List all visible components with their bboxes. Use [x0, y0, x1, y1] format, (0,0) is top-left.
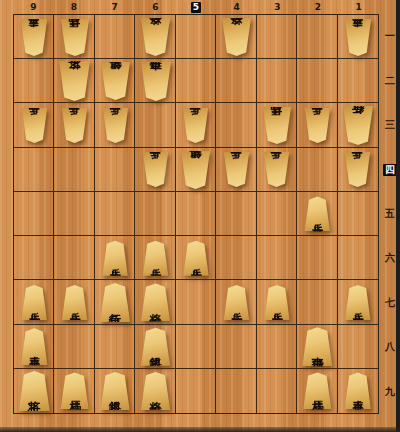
board-square[interactable]	[297, 15, 337, 59]
piece-kanji: 歩兵	[223, 152, 250, 187]
board-square[interactable]	[54, 148, 94, 192]
sente-pawn[interactable]: 歩兵	[344, 285, 371, 320]
piece-kanji: 玉将	[58, 61, 91, 101]
piece-kanji: 香車	[344, 372, 372, 409]
piece-kanji: 歩兵	[142, 152, 169, 187]
file-label: 9	[30, 3, 36, 12]
board-square[interactable]	[257, 236, 297, 280]
piece-kanji: 歩兵	[142, 241, 169, 276]
gote-rook[interactable]: 飛車	[140, 62, 172, 101]
gote-pawn[interactable]: 歩兵	[223, 152, 250, 187]
sente-knight[interactable]: 桂馬	[60, 372, 90, 409]
board-square[interactable]	[257, 325, 297, 369]
file-label: 2	[315, 3, 321, 12]
piece-kanji: 王将	[18, 371, 51, 411]
board-square[interactable]	[216, 325, 256, 369]
piece-kanji: 歩兵	[61, 108, 88, 143]
board-square[interactable]	[338, 236, 378, 280]
sente-king[interactable]: 王将	[18, 371, 51, 411]
board-square[interactable]	[216, 236, 256, 280]
gote-pawn[interactable]: 歩兵	[182, 108, 209, 143]
piece-kanji: 香車	[344, 19, 372, 56]
board-square[interactable]	[14, 236, 54, 280]
board-square[interactable]	[257, 369, 297, 413]
rank-label: 九	[385, 387, 395, 397]
board-square[interactable]	[176, 15, 216, 59]
file-label: 6	[152, 3, 158, 12]
piece-kanji: 金将	[221, 18, 252, 56]
gote-gold[interactable]: 金将	[221, 18, 252, 56]
board-square[interactable]	[338, 192, 378, 236]
piece-kanji: 歩兵	[61, 285, 88, 320]
board-square[interactable]	[14, 192, 54, 236]
board-square[interactable]	[338, 59, 378, 103]
gote-pawn[interactable]: 歩兵	[102, 108, 129, 143]
file-label: 7	[112, 3, 118, 12]
piece-kanji: 歩兵	[304, 196, 331, 231]
piece-kanji: 歩兵	[263, 152, 290, 187]
board-square[interactable]	[176, 369, 216, 413]
file-label: 3	[274, 3, 280, 12]
piece-kanji: 銀将	[140, 328, 171, 366]
gote-lance[interactable]: 香車	[344, 19, 372, 56]
piece-kanji: 歩兵	[344, 285, 371, 320]
piece-kanji: 歩兵	[304, 108, 331, 143]
gote-pawn[interactable]: 歩兵	[344, 152, 371, 187]
rank-label: 五	[385, 209, 395, 219]
piece-kanji: 飛車	[301, 327, 333, 366]
board-square[interactable]	[14, 148, 54, 192]
window-edge-bottom	[0, 427, 400, 432]
sente-gold[interactable]: 金将	[140, 372, 171, 410]
gote-knight[interactable]: 桂馬	[60, 19, 90, 56]
file-labels: 987654321	[13, 0, 379, 14]
sente-pawn[interactable]: 歩兵	[304, 196, 331, 231]
board-square[interactable]	[297, 59, 337, 103]
piece-kanji: 金将	[140, 18, 171, 56]
window-edge-right	[396, 0, 400, 432]
board-square[interactable]	[216, 369, 256, 413]
gote-pawn[interactable]: 歩兵	[61, 108, 88, 143]
piece-kanji: 歩兵	[182, 108, 209, 143]
rank-label: 三	[385, 120, 395, 130]
rank-label: 六	[385, 253, 395, 263]
piece-kanji: 桂馬	[262, 107, 292, 144]
sente-pawn[interactable]: 歩兵	[223, 285, 250, 320]
sente-pawn[interactable]: 歩兵	[61, 285, 88, 320]
sente-pawn[interactable]: 歩兵	[142, 241, 169, 276]
board-square[interactable]	[54, 192, 94, 236]
piece-kanji: 歩兵	[102, 108, 129, 143]
rank-label-highlighted: 四	[383, 164, 397, 176]
board-square[interactable]	[54, 236, 94, 280]
sente-gold[interactable]: 金将	[140, 283, 171, 321]
board-square[interactable]	[14, 59, 54, 103]
rank-label: 二	[385, 76, 395, 86]
piece-kanji: 桂馬	[302, 372, 332, 409]
gote-silver[interactable]: 銀将	[100, 62, 131, 100]
board-square[interactable]	[135, 103, 175, 147]
sente-lance[interactable]: 香車	[20, 328, 48, 365]
piece-kanji: 歩兵	[102, 241, 129, 276]
board-square[interactable]	[216, 103, 256, 147]
piece-kanji: 角行	[99, 283, 131, 322]
rank-label: 一	[385, 31, 395, 41]
board-square[interactable]	[176, 192, 216, 236]
gote-pawn[interactable]: 歩兵	[263, 152, 290, 187]
gote-pawn[interactable]: 歩兵	[304, 108, 331, 143]
piece-kanji: 飛車	[140, 62, 172, 101]
rank-label: 八	[385, 342, 395, 352]
sente-pawn[interactable]: 歩兵	[263, 285, 290, 320]
file-label: 8	[71, 3, 77, 12]
sente-knight[interactable]: 桂馬	[302, 372, 332, 409]
rank-label: 七	[385, 298, 395, 308]
board-square[interactable]	[297, 236, 337, 280]
board-square[interactable]	[176, 325, 216, 369]
piece-kanji: 桂馬	[60, 372, 90, 409]
piece-kanji: 銀将	[100, 372, 131, 410]
board-square[interactable]	[95, 192, 135, 236]
board-square[interactable]	[54, 325, 94, 369]
gote-knight[interactable]: 桂馬	[262, 107, 292, 144]
gote-king[interactable]: 玉将	[58, 61, 91, 101]
gote-gold[interactable]: 金将	[140, 18, 171, 56]
piece-kanji: 歩兵	[263, 285, 290, 320]
sente-silver[interactable]: 銀将	[100, 372, 131, 410]
piece-kanji: 歩兵	[21, 108, 48, 143]
piece-kanji: 香車	[20, 19, 48, 56]
board-square[interactable]	[216, 59, 256, 103]
board-square[interactable]	[95, 148, 135, 192]
sente-lance[interactable]: 香車	[344, 372, 372, 409]
piece-kanji: 歩兵	[21, 285, 48, 320]
piece-kanji: 銀将	[180, 151, 211, 189]
piece-kanji: 歩兵	[344, 152, 371, 187]
piece-kanji: 歩兵	[223, 285, 250, 320]
sente-silver[interactable]: 銀将	[140, 328, 171, 366]
board-square[interactable]	[338, 325, 378, 369]
sente-bishop[interactable]: 角行	[99, 283, 131, 322]
file-label: 1	[356, 3, 362, 12]
piece-kanji: 角行	[342, 106, 374, 145]
gote-silver[interactable]: 銀将	[180, 151, 211, 189]
piece-kanji: 銀将	[100, 62, 131, 100]
gote-pawn[interactable]: 歩兵	[21, 108, 48, 143]
file-label-highlighted: 5	[191, 2, 201, 13]
board-square[interactable]	[257, 15, 297, 59]
file-label: 4	[234, 3, 240, 12]
board-square[interactable]	[216, 192, 256, 236]
board-square[interactable]	[135, 192, 175, 236]
gote-lance[interactable]: 香車	[20, 19, 48, 56]
board-square[interactable]	[95, 15, 135, 59]
board-square[interactable]	[95, 325, 135, 369]
board-square[interactable]	[176, 280, 216, 324]
piece-kanji: 桂馬	[60, 19, 90, 56]
shogi-app: 987654321 一二三四五六七八九 香車桂馬金将金将香車玉将銀将飛車歩兵歩兵…	[0, 0, 400, 432]
sente-rook[interactable]: 飛車	[301, 327, 333, 366]
board-square[interactable]	[257, 59, 297, 103]
gote-pawn[interactable]: 歩兵	[142, 152, 169, 187]
board-square[interactable]	[176, 59, 216, 103]
piece-kanji: 金将	[140, 283, 171, 321]
piece-kanji: 金将	[140, 372, 171, 410]
board-square[interactable]	[257, 192, 297, 236]
piece-kanji: 香車	[20, 328, 48, 365]
gote-bishop[interactable]: 角行	[342, 106, 374, 145]
board-square[interactable]	[297, 148, 337, 192]
sente-pawn[interactable]: 歩兵	[102, 241, 129, 276]
sente-pawn[interactable]: 歩兵	[182, 241, 209, 276]
sente-pawn[interactable]: 歩兵	[21, 285, 48, 320]
board-square[interactable]	[297, 280, 337, 324]
piece-kanji: 歩兵	[182, 241, 209, 276]
